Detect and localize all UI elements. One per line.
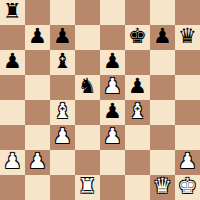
square-f6[interactable] (125, 50, 150, 75)
square-e4[interactable]: ♟ (100, 100, 125, 125)
square-f5[interactable]: ♟ (125, 75, 150, 100)
piece-white-pawn: ♟ (178, 151, 197, 172)
square-a2[interactable]: ♟ (0, 150, 25, 175)
square-b6[interactable] (25, 50, 50, 75)
square-e5[interactable]: ♟ (100, 75, 125, 100)
piece-black-bishop: ♝ (53, 51, 72, 72)
square-c3[interactable]: ♟ (50, 125, 75, 150)
square-a6[interactable]: ♟ (0, 50, 25, 75)
square-a4[interactable] (0, 100, 25, 125)
square-a5[interactable] (0, 75, 25, 100)
square-g8[interactable] (150, 0, 175, 25)
piece-white-pawn: ♟ (3, 151, 22, 172)
piece-black-pawn: ♟ (28, 26, 47, 47)
piece-black-queen: ♛ (178, 26, 197, 47)
square-c2[interactable] (50, 150, 75, 175)
piece-black-rook: ♜ (3, 1, 22, 22)
square-b7[interactable]: ♟ (25, 25, 50, 50)
square-f4[interactable]: ♝ (125, 100, 150, 125)
square-h1[interactable]: ♚ (175, 175, 200, 200)
square-d5[interactable]: ♞ (75, 75, 100, 100)
square-g2[interactable] (150, 150, 175, 175)
piece-black-knight: ♞ (78, 76, 97, 97)
piece-white-pawn: ♟ (103, 126, 122, 147)
square-g6[interactable] (150, 50, 175, 75)
piece-black-king: ♚ (128, 26, 147, 47)
square-a3[interactable] (0, 125, 25, 150)
square-g4[interactable] (150, 100, 175, 125)
square-c1[interactable] (50, 175, 75, 200)
square-d8[interactable] (75, 0, 100, 25)
square-e6[interactable]: ♟ (100, 50, 125, 75)
square-h7[interactable]: ♛ (175, 25, 200, 50)
square-g3[interactable] (150, 125, 175, 150)
chess-board: ♜♟♟♚♟♛♟♝♟♞♟♟♝♟♝♟♟♟♟♟♜♛♚ (0, 0, 200, 200)
square-d2[interactable] (75, 150, 100, 175)
square-f3[interactable] (125, 125, 150, 150)
square-f2[interactable] (125, 150, 150, 175)
square-e7[interactable] (100, 25, 125, 50)
square-b4[interactable] (25, 100, 50, 125)
square-c6[interactable]: ♝ (50, 50, 75, 75)
piece-white-bishop: ♝ (128, 101, 147, 122)
piece-white-pawn: ♟ (103, 76, 122, 97)
square-a1[interactable] (0, 175, 25, 200)
square-b2[interactable]: ♟ (25, 150, 50, 175)
piece-black-pawn: ♟ (53, 26, 72, 47)
square-d4[interactable] (75, 100, 100, 125)
square-d7[interactable] (75, 25, 100, 50)
square-g5[interactable] (150, 75, 175, 100)
square-e2[interactable] (100, 150, 125, 175)
piece-white-rook: ♜ (78, 176, 97, 197)
square-a7[interactable] (0, 25, 25, 50)
square-b8[interactable] (25, 0, 50, 25)
square-b1[interactable] (25, 175, 50, 200)
square-d6[interactable] (75, 50, 100, 75)
piece-white-pawn: ♟ (28, 151, 47, 172)
square-h5[interactable] (175, 75, 200, 100)
square-g7[interactable]: ♟ (150, 25, 175, 50)
piece-black-pawn: ♟ (103, 51, 122, 72)
square-h6[interactable] (175, 50, 200, 75)
piece-white-queen: ♛ (153, 176, 172, 197)
square-f8[interactable] (125, 0, 150, 25)
piece-black-pawn: ♟ (103, 101, 122, 122)
square-c5[interactable] (50, 75, 75, 100)
square-f1[interactable] (125, 175, 150, 200)
square-e8[interactable] (100, 0, 125, 25)
square-h4[interactable] (175, 100, 200, 125)
square-a8[interactable]: ♜ (0, 0, 25, 25)
piece-white-pawn: ♟ (53, 126, 72, 147)
square-e1[interactable] (100, 175, 125, 200)
square-c7[interactable]: ♟ (50, 25, 75, 50)
square-c8[interactable] (50, 0, 75, 25)
piece-black-pawn: ♟ (153, 26, 172, 47)
square-h2[interactable]: ♟ (175, 150, 200, 175)
square-e3[interactable]: ♟ (100, 125, 125, 150)
square-f7[interactable]: ♚ (125, 25, 150, 50)
square-b3[interactable] (25, 125, 50, 150)
square-d3[interactable] (75, 125, 100, 150)
square-c4[interactable]: ♝ (50, 100, 75, 125)
piece-black-pawn: ♟ (3, 51, 22, 72)
piece-white-bishop: ♝ (53, 101, 72, 122)
piece-black-pawn: ♟ (128, 76, 147, 97)
square-g1[interactable]: ♛ (150, 175, 175, 200)
piece-white-king: ♚ (178, 176, 197, 197)
square-b5[interactable] (25, 75, 50, 100)
square-h8[interactable] (175, 0, 200, 25)
square-d1[interactable]: ♜ (75, 175, 100, 200)
square-h3[interactable] (175, 125, 200, 150)
